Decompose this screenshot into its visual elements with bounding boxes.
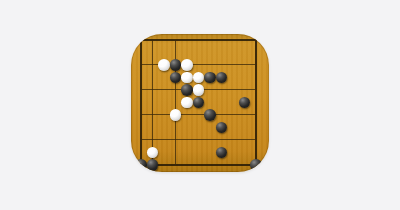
go-stone-white — [170, 109, 182, 121]
go-stone-black — [135, 159, 147, 171]
go-stone-black — [204, 72, 216, 84]
go-stone-black — [181, 84, 193, 96]
go-stone-black — [204, 109, 216, 121]
go-stone-white — [147, 147, 159, 159]
go-stone-white — [181, 97, 193, 109]
go-stone-white — [193, 84, 205, 96]
go-stone-white — [193, 72, 205, 84]
stones-grid — [135, 34, 262, 171]
go-stone-black — [170, 59, 182, 71]
go-stone-black — [216, 72, 228, 84]
go-app-icon[interactable] — [131, 34, 269, 172]
go-stone-black — [170, 72, 182, 84]
go-stone-black — [193, 97, 205, 109]
go-stone-white — [181, 59, 193, 71]
go-stone-black — [239, 97, 251, 109]
go-stone-black — [216, 147, 228, 159]
go-stone-white — [181, 72, 193, 84]
go-stone-black — [147, 159, 159, 171]
go-stone-black — [216, 122, 228, 134]
go-stone-black — [250, 159, 262, 171]
go-stone-white — [158, 59, 170, 71]
screenshot-background — [0, 0, 400, 210]
